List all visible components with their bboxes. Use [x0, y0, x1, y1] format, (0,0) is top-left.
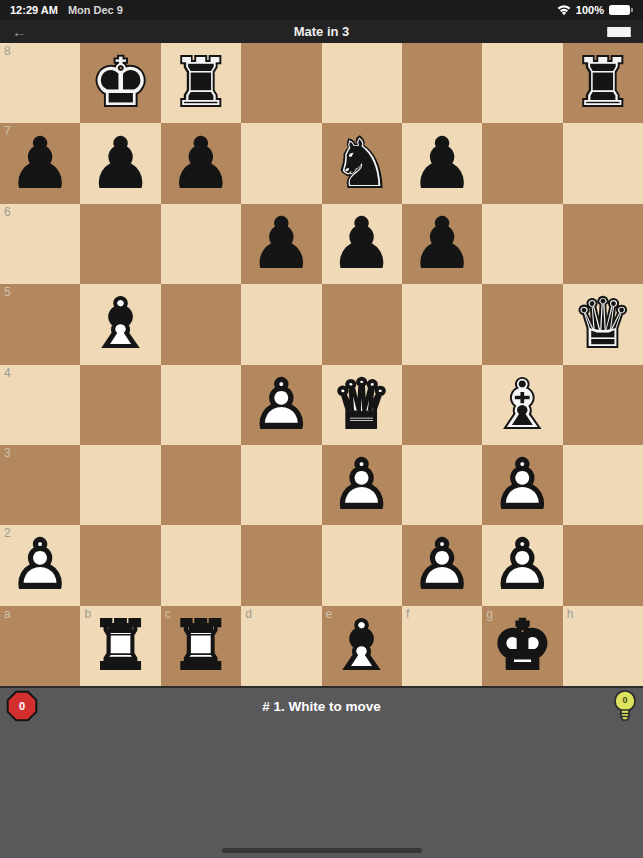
piece-wQ-e4: ♛♕: [322, 365, 402, 445]
square-d2[interactable]: [241, 525, 321, 605]
square-f6[interactable]: ♟: [402, 204, 482, 284]
square-b7[interactable]: ♟: [80, 123, 160, 203]
square-h6[interactable]: [563, 204, 643, 284]
square-f7[interactable]: ♟: [402, 123, 482, 203]
square-a1[interactable]: a: [0, 606, 80, 686]
square-h2[interactable]: [563, 525, 643, 605]
coord-label-rank-4: 4: [4, 366, 11, 380]
square-a3[interactable]: 3: [0, 445, 80, 525]
square-a4[interactable]: 4: [0, 365, 80, 445]
square-e2[interactable]: [322, 525, 402, 605]
piece-bR-c8: ♜♖: [161, 43, 241, 123]
square-h3[interactable]: [563, 445, 643, 525]
square-d4[interactable]: ♟♙: [241, 365, 321, 445]
hint-button[interactable]: 0: [612, 689, 638, 724]
piece-bP-a7: ♟: [0, 123, 80, 203]
square-g4[interactable]: ♝♗: [482, 365, 562, 445]
square-e5[interactable]: [322, 284, 402, 364]
chess-board: 8♚♔♜♖♜♖7♟♟♟♞♘♟6♟♟♟5♝♗♛♕4♟♙♛♕♝♗3♟♙♟♙2♟♙♟♙…: [0, 43, 643, 686]
square-d5[interactable]: [241, 284, 321, 364]
battery-percent: 100%: [576, 4, 604, 16]
piece-wP-g3: ♟♙: [482, 445, 562, 525]
error-count: 0: [19, 700, 25, 712]
square-b1[interactable]: b♜♖: [80, 606, 160, 686]
home-indicator[interactable]: [222, 848, 422, 853]
error-counter-button[interactable]: 0: [5, 689, 39, 723]
square-h1[interactable]: h: [563, 606, 643, 686]
piece-wP-a2: ♟♙: [0, 525, 80, 605]
piece-bK-b8: ♚♔: [80, 43, 160, 123]
square-c4[interactable]: [161, 365, 241, 445]
stop-octagon-icon: 0: [5, 689, 39, 723]
square-h7[interactable]: [563, 123, 643, 203]
square-c5[interactable]: [161, 284, 241, 364]
square-f4[interactable]: [402, 365, 482, 445]
square-c3[interactable]: [161, 445, 241, 525]
square-f1[interactable]: f: [402, 606, 482, 686]
piece-bP-f7: ♟: [402, 123, 482, 203]
piece-wR-b1: ♜♖: [80, 606, 160, 686]
piece-wR-c1: ♜♖: [161, 606, 241, 686]
app-screen: 12:29 AM Mon Dec 9 100% ← Mate in 3: [0, 0, 643, 858]
piece-bQ-h5: ♛♕: [563, 284, 643, 364]
coord-label-rank-3: 3: [4, 446, 11, 460]
square-g7[interactable]: [482, 123, 562, 203]
square-f8[interactable]: [402, 43, 482, 123]
square-g5[interactable]: [482, 284, 562, 364]
status-bar: 12:29 AM Mon Dec 9 100%: [0, 0, 643, 20]
square-g3[interactable]: ♟♙: [482, 445, 562, 525]
square-g8[interactable]: [482, 43, 562, 123]
square-f5[interactable]: [402, 284, 482, 364]
square-d3[interactable]: [241, 445, 321, 525]
square-h8[interactable]: ♜♖: [563, 43, 643, 123]
lightbulb-icon: 0: [612, 689, 638, 724]
square-a7[interactable]: 7♟: [0, 123, 80, 203]
wifi-icon: [557, 5, 571, 16]
square-d7[interactable]: [241, 123, 321, 203]
square-d1[interactable]: d: [241, 606, 321, 686]
square-c8[interactable]: ♜♖: [161, 43, 241, 123]
piece-bP-e6: ♟: [322, 204, 402, 284]
coord-label-rank-5: 5: [4, 285, 11, 299]
square-g6[interactable]: [482, 204, 562, 284]
puzzle-status-text: # 1. White to move: [0, 699, 643, 714]
coord-label-file-f: f: [406, 607, 409, 621]
coord-label-rank-6: 6: [4, 205, 11, 219]
bottom-panel: # 1. White to move 0 0: [0, 686, 643, 858]
square-g2[interactable]: ♟♙: [482, 525, 562, 605]
puzzle-bar: # 1. White to move 0 0: [0, 688, 643, 724]
square-e8[interactable]: [322, 43, 402, 123]
piece-wP-d4: ♟♙: [241, 365, 321, 445]
square-e7[interactable]: ♞♘: [322, 123, 402, 203]
piece-wP-e3: ♟♙: [322, 445, 402, 525]
piece-wB-e1: ♝♗: [322, 606, 402, 686]
square-e1[interactable]: e♝♗: [322, 606, 402, 686]
back-button[interactable]: ←: [12, 24, 27, 39]
nav-bar: ← Mate in 3: [0, 20, 643, 43]
square-c1[interactable]: c♜♖: [161, 606, 241, 686]
square-h5[interactable]: ♛♕: [563, 284, 643, 364]
square-e3[interactable]: ♟♙: [322, 445, 402, 525]
square-b6[interactable]: [80, 204, 160, 284]
piece-bP-c7: ♟: [161, 123, 241, 203]
square-b8[interactable]: ♚♔: [80, 43, 160, 123]
back-arrow-icon: ←: [12, 23, 27, 40]
coord-label-file-h: h: [567, 607, 574, 621]
coord-label-file-d: d: [245, 607, 252, 621]
piece-wP-g2: ♟♙: [482, 525, 562, 605]
square-b5[interactable]: ♝♗: [80, 284, 160, 364]
square-f3[interactable]: [402, 445, 482, 525]
menu-button[interactable]: [607, 27, 631, 37]
hamburger-icon: [607, 27, 631, 37]
square-c2[interactable]: [161, 525, 241, 605]
square-d6[interactable]: ♟: [241, 204, 321, 284]
square-f2[interactable]: ♟♙: [402, 525, 482, 605]
square-c6[interactable]: [161, 204, 241, 284]
piece-bN-e7: ♞♘: [322, 123, 402, 203]
piece-bP-b7: ♟: [80, 123, 160, 203]
piece-bP-d6: ♟: [241, 204, 321, 284]
square-c7[interactable]: ♟: [161, 123, 241, 203]
piece-wK-g1: ♚♔: [482, 606, 562, 686]
square-b2[interactable]: [80, 525, 160, 605]
square-a8[interactable]: 8: [0, 43, 80, 123]
square-h4[interactable]: [563, 365, 643, 445]
square-a5[interactable]: 5: [0, 284, 80, 364]
piece-bP-f6: ♟: [402, 204, 482, 284]
piece-bR-h8: ♜♖: [563, 43, 643, 123]
coord-label-rank-8: 8: [4, 44, 11, 58]
piece-wB-b5: ♝♗: [80, 284, 160, 364]
square-b4[interactable]: [80, 365, 160, 445]
square-g1[interactable]: g♚♔: [482, 606, 562, 686]
square-e4[interactable]: ♛♕: [322, 365, 402, 445]
piece-bB-g4: ♝♗: [482, 365, 562, 445]
coord-label-file-a: a: [4, 607, 11, 621]
square-b3[interactable]: [80, 445, 160, 525]
status-time: 12:29 AM: [10, 4, 58, 16]
square-a6[interactable]: 6: [0, 204, 80, 284]
square-a2[interactable]: 2♟♙: [0, 525, 80, 605]
hint-count: 0: [622, 694, 627, 704]
status-date: Mon Dec 9: [68, 4, 123, 16]
battery-icon: [609, 5, 633, 15]
square-d8[interactable]: [241, 43, 321, 123]
page-title: Mate in 3: [0, 24, 643, 39]
piece-wP-f2: ♟♙: [402, 525, 482, 605]
square-e6[interactable]: ♟: [322, 204, 402, 284]
